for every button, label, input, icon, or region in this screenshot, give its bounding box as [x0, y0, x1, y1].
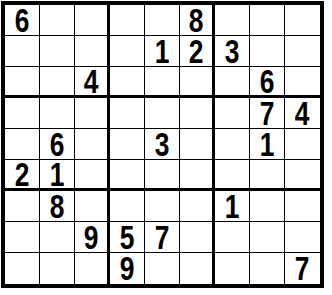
- cell-r5c9[interactable]: [285, 129, 320, 160]
- cell-r9c5[interactable]: [145, 253, 180, 284]
- given-digit: 4: [84, 65, 99, 98]
- cell-r8c1[interactable]: [5, 222, 40, 253]
- given-digit: 7: [295, 252, 310, 285]
- cell-r9c6[interactable]: [180, 253, 215, 284]
- cell-r7c1[interactable]: [5, 191, 40, 222]
- given-digit: 1: [260, 128, 275, 161]
- cell-r8c9[interactable]: [285, 222, 320, 253]
- cell-r1c3[interactable]: [75, 5, 110, 36]
- cell-r7c2[interactable]: 8: [40, 191, 75, 222]
- given-digit: 2: [189, 35, 204, 68]
- cell-r7c7[interactable]: 1: [215, 191, 250, 222]
- cell-r8c6[interactable]: [180, 222, 215, 253]
- cell-r8c4[interactable]: 5: [110, 222, 145, 253]
- cell-r8c8[interactable]: [250, 222, 285, 253]
- cell-r2c4[interactable]: [110, 36, 145, 67]
- cell-r1c6[interactable]: 8: [180, 5, 215, 36]
- cell-r4c7[interactable]: [215, 98, 250, 129]
- cell-r6c9[interactable]: [285, 160, 320, 191]
- cell-r7c9[interactable]: [285, 191, 320, 222]
- cell-r6c8[interactable]: [250, 160, 285, 191]
- cell-r4c8[interactable]: 7: [250, 98, 285, 129]
- cell-r3c8[interactable]: 6: [250, 67, 285, 98]
- cell-r2c2[interactable]: [40, 36, 75, 67]
- given-digit: 3: [155, 128, 170, 161]
- given-digit: 5: [120, 221, 135, 254]
- cell-r2c1[interactable]: [5, 36, 40, 67]
- cell-r9c7[interactable]: [215, 253, 250, 284]
- cell-r7c3[interactable]: [75, 191, 110, 222]
- cell-r6c4[interactable]: [110, 160, 145, 191]
- cell-r9c3[interactable]: [75, 253, 110, 284]
- given-digit: 8: [50, 190, 65, 223]
- cell-r5c6[interactable]: [180, 129, 215, 160]
- cell-r9c8[interactable]: [250, 253, 285, 284]
- cell-r6c7[interactable]: [215, 160, 250, 191]
- cell-r4c5[interactable]: [145, 98, 180, 129]
- cell-r3c9[interactable]: [285, 67, 320, 98]
- cell-r2c5[interactable]: 1: [145, 36, 180, 67]
- given-digit: 2: [15, 158, 30, 191]
- cell-r5c3[interactable]: [75, 129, 110, 160]
- cell-r9c1[interactable]: [5, 253, 40, 284]
- cell-r8c7[interactable]: [215, 222, 250, 253]
- sudoku-board: 681234674631218195797: [1, 1, 324, 288]
- given-digit: 1: [50, 158, 65, 191]
- cell-r4c3[interactable]: [75, 98, 110, 129]
- cell-r8c3[interactable]: 9: [75, 222, 110, 253]
- cell-r6c5[interactable]: [145, 160, 180, 191]
- cell-r1c7[interactable]: [215, 5, 250, 36]
- given-digit: 9: [120, 252, 135, 285]
- cell-r6c1[interactable]: 2: [5, 160, 40, 191]
- given-digit: 7: [155, 221, 170, 254]
- cell-r3c1[interactable]: [5, 67, 40, 98]
- cell-r6c2[interactable]: 1: [40, 160, 75, 191]
- given-digit: 6: [260, 65, 275, 98]
- cell-r5c4[interactable]: [110, 129, 145, 160]
- cell-r3c2[interactable]: [40, 67, 75, 98]
- cell-r9c4[interactable]: 9: [110, 253, 145, 284]
- cell-r4c2[interactable]: [40, 98, 75, 129]
- cell-r6c6[interactable]: [180, 160, 215, 191]
- cell-r7c8[interactable]: [250, 191, 285, 222]
- given-digit: 1: [155, 35, 170, 68]
- cell-r4c9[interactable]: 4: [285, 98, 320, 129]
- cell-r3c3[interactable]: 4: [75, 67, 110, 98]
- cell-r1c1[interactable]: 6: [5, 5, 40, 36]
- cell-r6c3[interactable]: [75, 160, 110, 191]
- cell-r2c6[interactable]: 2: [180, 36, 215, 67]
- cell-r1c5[interactable]: [145, 5, 180, 36]
- cell-r2c7[interactable]: 3: [215, 36, 250, 67]
- given-digit: 4: [295, 97, 310, 130]
- cell-r9c9[interactable]: 7: [285, 253, 320, 284]
- cell-r7c6[interactable]: [180, 191, 215, 222]
- cell-r3c7[interactable]: [215, 67, 250, 98]
- given-digit: 3: [225, 35, 240, 68]
- cell-r3c6[interactable]: [180, 67, 215, 98]
- cell-r1c4[interactable]: [110, 5, 145, 36]
- cell-r5c8[interactable]: 1: [250, 129, 285, 160]
- cell-r5c5[interactable]: 3: [145, 129, 180, 160]
- cell-r1c8[interactable]: [250, 5, 285, 36]
- cell-r8c2[interactable]: [40, 222, 75, 253]
- cell-r4c1[interactable]: [5, 98, 40, 129]
- cell-r5c7[interactable]: [215, 129, 250, 160]
- cell-r2c9[interactable]: [285, 36, 320, 67]
- given-digit: 9: [84, 221, 99, 254]
- cell-r4c4[interactable]: [110, 98, 145, 129]
- cell-r1c2[interactable]: [40, 5, 75, 36]
- cell-r8c5[interactable]: 7: [145, 222, 180, 253]
- cell-r3c5[interactable]: [145, 67, 180, 98]
- given-digit: 1: [225, 190, 240, 223]
- cell-r4c6[interactable]: [180, 98, 215, 129]
- given-digit: 6: [15, 4, 30, 37]
- cell-r9c2[interactable]: [40, 253, 75, 284]
- cell-r3c4[interactable]: [110, 67, 145, 98]
- cell-r1c9[interactable]: [285, 5, 320, 36]
- cell-r7c5[interactable]: [145, 191, 180, 222]
- cell-r7c4[interactable]: [110, 191, 145, 222]
